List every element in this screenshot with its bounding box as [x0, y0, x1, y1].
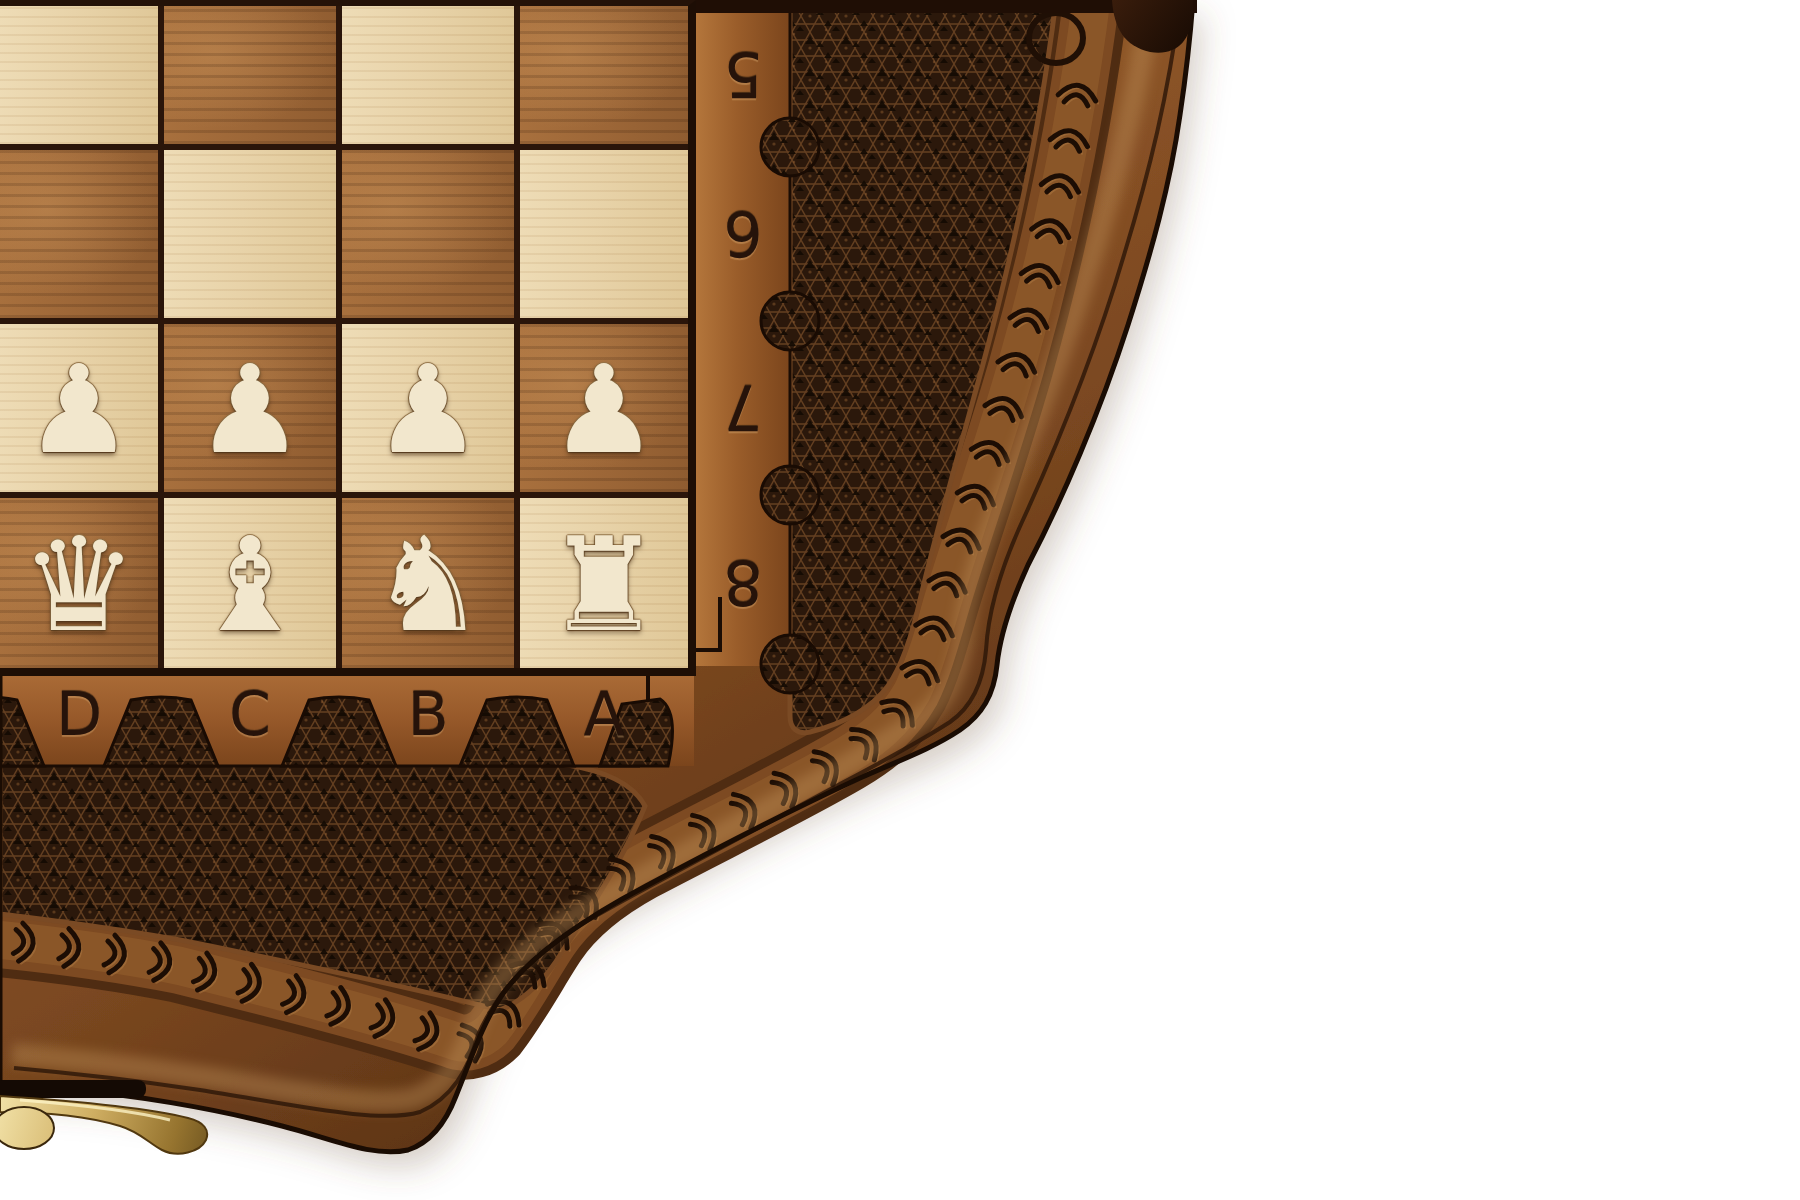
- piece-white-rook-a8[interactable]: ♜: [546, 520, 663, 650]
- piece-white-pawn-a7[interactable]: ♟: [549, 349, 658, 471]
- piece-white-bishop-c8[interactable]: ♝: [192, 520, 309, 650]
- piece-white-queen-d8[interactable]: ♛: [21, 520, 138, 650]
- square-c5[interactable]: [164, 6, 336, 144]
- square-b6[interactable]: [342, 150, 514, 318]
- piece-white-pawn-d7[interactable]: ♟: [24, 349, 133, 471]
- square-c7[interactable]: ♟: [164, 324, 336, 492]
- square-c8[interactable]: ♝: [164, 498, 336, 668]
- square-b5[interactable]: [342, 6, 514, 144]
- square-d7[interactable]: ♟: [0, 324, 158, 492]
- square-a8[interactable]: ♜: [520, 498, 688, 668]
- piece-white-pawn-c7[interactable]: ♟: [195, 349, 304, 471]
- square-a7[interactable]: ♟: [520, 324, 688, 492]
- piece-white-knight-b8[interactable]: ♞: [370, 520, 487, 650]
- square-c6[interactable]: [164, 150, 336, 318]
- chess-board: ♟♟♟♟♛♝♞♜: [0, 0, 696, 676]
- square-a6[interactable]: [520, 150, 688, 318]
- square-d5[interactable]: [0, 6, 158, 144]
- square-a5[interactable]: [520, 6, 688, 144]
- photo-stage: ♟♟♟♟♛♝♞♜ 5678 DCBA: [0, 0, 1800, 1200]
- square-d6[interactable]: [0, 150, 158, 318]
- square-b8[interactable]: ♞: [342, 498, 514, 668]
- square-b7[interactable]: ♟: [342, 324, 514, 492]
- piece-white-pawn-b7[interactable]: ♟: [373, 349, 482, 471]
- square-d8[interactable]: ♛: [0, 498, 158, 668]
